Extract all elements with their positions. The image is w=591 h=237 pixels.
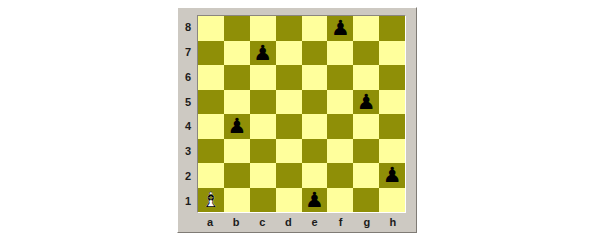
square-h4[interactable] [379, 114, 405, 139]
square-c6[interactable] [250, 65, 276, 90]
file-label-g: g [354, 213, 380, 231]
square-h5[interactable] [379, 90, 405, 115]
rank-label-5: 5 [179, 89, 197, 114]
square-d4[interactable] [276, 114, 302, 139]
rank-label-3: 3 [179, 139, 197, 164]
rank-label-4: 4 [179, 114, 197, 139]
square-f5[interactable] [327, 90, 353, 115]
square-a5[interactable] [198, 90, 224, 115]
black-pawn-e1[interactable]: ♟ [302, 188, 326, 212]
file-label-d: d [275, 213, 301, 231]
chessboard[interactable]: ♟♟♟♟♟♝♗♟ [197, 15, 406, 213]
rank-labels: 87654321 [179, 15, 197, 213]
square-e1[interactable]: ♟ [302, 188, 328, 213]
square-f3[interactable] [327, 139, 353, 164]
file-label-h: h [380, 213, 406, 231]
square-a4[interactable] [198, 114, 224, 139]
square-h8[interactable] [379, 16, 405, 41]
black-pawn-b4[interactable]: ♟ [225, 114, 249, 138]
square-d7[interactable] [276, 41, 302, 66]
square-b3[interactable] [224, 139, 250, 164]
square-h6[interactable] [379, 65, 405, 90]
square-b4[interactable]: ♟ [224, 114, 250, 139]
square-b2[interactable] [224, 163, 250, 188]
square-a7[interactable] [198, 41, 224, 66]
square-h2[interactable]: ♟ [379, 163, 405, 188]
square-a1[interactable]: ♝♗ [198, 188, 224, 213]
square-h3[interactable] [379, 139, 405, 164]
square-b6[interactable] [224, 65, 250, 90]
square-c1[interactable] [250, 188, 276, 213]
file-label-b: b [223, 213, 249, 231]
square-c3[interactable] [250, 139, 276, 164]
square-f4[interactable] [327, 114, 353, 139]
square-g3[interactable] [353, 139, 379, 164]
square-a6[interactable] [198, 65, 224, 90]
square-e4[interactable] [302, 114, 328, 139]
piece-outline: ♗ [199, 188, 223, 212]
square-g2[interactable] [353, 163, 379, 188]
file-label-c: c [249, 213, 275, 231]
square-e5[interactable] [302, 90, 328, 115]
square-e3[interactable] [302, 139, 328, 164]
rank-label-8: 8 [179, 15, 197, 40]
square-g8[interactable] [353, 16, 379, 41]
square-d6[interactable] [276, 65, 302, 90]
square-c2[interactable] [250, 163, 276, 188]
square-g5[interactable]: ♟ [353, 90, 379, 115]
square-g1[interactable] [353, 188, 379, 213]
chessboard-frame: 87654321 ♟♟♟♟♟♝♗♟ abcdefgh [177, 7, 417, 233]
file-labels: abcdefgh [197, 213, 406, 231]
square-e6[interactable] [302, 65, 328, 90]
square-d1[interactable] [276, 188, 302, 213]
black-pawn-h2[interactable]: ♟ [380, 163, 404, 187]
square-c7[interactable]: ♟ [250, 41, 276, 66]
square-b8[interactable] [224, 16, 250, 41]
square-f1[interactable] [327, 188, 353, 213]
square-e8[interactable] [302, 16, 328, 41]
square-d8[interactable] [276, 16, 302, 41]
square-g7[interactable] [353, 41, 379, 66]
square-c8[interactable] [250, 16, 276, 41]
square-f2[interactable] [327, 163, 353, 188]
file-label-e: e [302, 213, 328, 231]
file-label-f: f [328, 213, 354, 231]
black-pawn-c7[interactable]: ♟ [251, 41, 275, 65]
square-f7[interactable] [327, 41, 353, 66]
square-c5[interactable] [250, 90, 276, 115]
square-f6[interactable] [327, 65, 353, 90]
square-b7[interactable] [224, 41, 250, 66]
square-h7[interactable] [379, 41, 405, 66]
square-f8[interactable]: ♟ [327, 16, 353, 41]
square-g4[interactable] [353, 114, 379, 139]
square-b1[interactable] [224, 188, 250, 213]
square-d3[interactable] [276, 139, 302, 164]
square-d5[interactable] [276, 90, 302, 115]
square-c4[interactable] [250, 114, 276, 139]
square-e7[interactable] [302, 41, 328, 66]
square-a3[interactable] [198, 139, 224, 164]
white-bishop-a1[interactable]: ♝♗ [199, 188, 223, 212]
square-b5[interactable] [224, 90, 250, 115]
black-pawn-g5[interactable]: ♟ [354, 90, 378, 114]
square-h1[interactable] [379, 188, 405, 213]
square-g6[interactable] [353, 65, 379, 90]
square-e2[interactable] [302, 163, 328, 188]
square-d2[interactable] [276, 163, 302, 188]
rank-label-2: 2 [179, 164, 197, 189]
black-pawn-f8[interactable]: ♟ [328, 16, 352, 40]
rank-label-1: 1 [179, 188, 197, 213]
square-a8[interactable] [198, 16, 224, 41]
rank-label-6: 6 [179, 65, 197, 90]
rank-label-7: 7 [179, 40, 197, 65]
file-label-a: a [197, 213, 223, 231]
square-a2[interactable] [198, 163, 224, 188]
